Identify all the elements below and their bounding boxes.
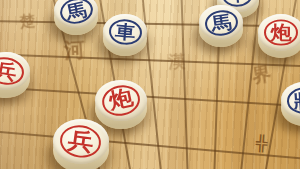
piece-character: 兵 (0, 60, 19, 83)
xiangqi-piece-black-general[interactable]: 將 (281, 82, 300, 126)
piece-ring: 將 (286, 86, 300, 115)
piece-ring: 炮 (264, 19, 298, 45)
piece-character: 馬 (210, 12, 233, 33)
xiangqi-piece-black-horse[interactable]: 馬 (54, 0, 98, 35)
piece-face: 車 (103, 14, 147, 49)
xiangqi-piece-red-cannon[interactable]: 炮 (258, 14, 300, 58)
piece-face: 馬 (199, 5, 243, 40)
xiangqi-piece-black-chariot[interactable]: 車 (103, 14, 147, 56)
xiangqi-piece-red-soldier[interactable]: 兵 (53, 119, 109, 169)
piece-ring: 馬 (57, 0, 94, 26)
piece-face: 兵 (53, 119, 109, 164)
point-marker: ╬ (255, 134, 268, 152)
piece-character: 馬 (64, 0, 88, 21)
piece-character: 炮 (107, 88, 135, 114)
xiangqi-piece-black-horse[interactable]: 馬 (199, 5, 243, 47)
piece-ring: 炮 (99, 82, 143, 119)
piece-face: 炮 (258, 14, 300, 51)
piece-ring: 馬 (203, 8, 239, 37)
piece-ring: 車 (108, 18, 143, 46)
piece-character: 車 (114, 22, 136, 42)
piece-character: 卒 (228, 0, 249, 4)
piece-character: 炮 (270, 23, 291, 42)
board-engraving: 河 (63, 35, 86, 64)
board-engraving: 漢 (167, 50, 185, 74)
piece-character: 將 (293, 90, 300, 110)
board-engraving: 楚 (19, 11, 36, 31)
piece-ring: 兵 (58, 123, 103, 161)
xiangqi-piece-red-soldier[interactable]: 兵 (0, 52, 30, 98)
piece-character: 兵 (67, 128, 96, 154)
piece-ring: 兵 (0, 55, 26, 88)
xiangqi-photo-scene: 楚 河 漢 界 ╬ 卒 馬 馬 車 (0, 0, 300, 169)
